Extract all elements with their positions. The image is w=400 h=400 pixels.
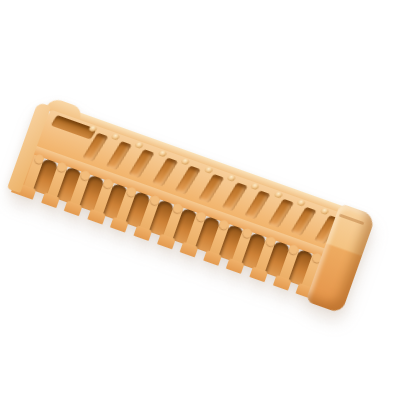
terminal-slot — [106, 141, 132, 170]
back-hole — [181, 157, 191, 165]
terminal-slot — [175, 166, 201, 195]
terminal-slot — [268, 199, 294, 228]
back-hole — [227, 174, 237, 182]
back-hole — [297, 199, 307, 207]
back-hole — [157, 149, 167, 157]
back-hole — [273, 190, 283, 198]
connector-housing — [9, 99, 370, 308]
terminal-slot — [245, 190, 271, 219]
terminal-slot — [198, 174, 224, 203]
back-hole — [204, 166, 214, 174]
terminal-slot — [291, 207, 317, 236]
terminal-slot — [221, 182, 247, 211]
back-hole — [320, 207, 330, 215]
terminal-slot — [129, 149, 155, 178]
product-photo — [0, 0, 400, 400]
back-hole — [250, 182, 260, 190]
terminal-slot — [152, 157, 178, 186]
back-hole — [111, 133, 121, 141]
back-hole — [134, 141, 144, 149]
